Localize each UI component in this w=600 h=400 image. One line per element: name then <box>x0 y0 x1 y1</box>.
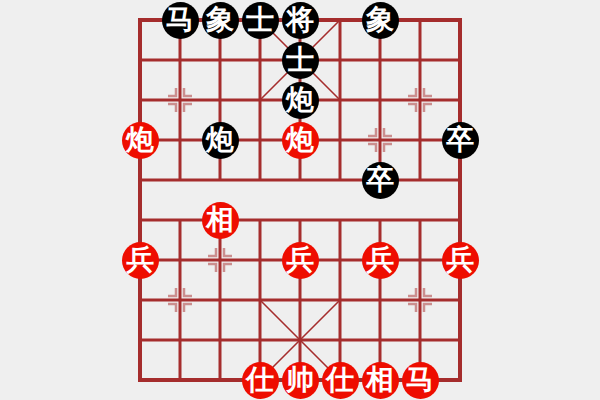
piece-black-advisor[interactable]: 士 <box>282 42 319 79</box>
piece-black-general[interactable]: 将 <box>282 2 319 39</box>
piece-red-elephant[interactable]: 相 <box>362 362 399 399</box>
piece-black-horse[interactable]: 马 <box>162 2 199 39</box>
piece-black-soldier[interactable]: 卒 <box>362 162 399 199</box>
xiangqi-board[interactable]: 马象士将象士炮炮炮炮卒卒相兵兵兵兵仕帅仕相马 <box>120 0 480 400</box>
piece-red-soldier[interactable]: 兵 <box>442 242 479 279</box>
piece-red-advisor[interactable]: 仕 <box>322 362 359 399</box>
piece-black-elephant[interactable]: 象 <box>362 2 399 39</box>
piece-red-soldier[interactable]: 兵 <box>362 242 399 279</box>
piece-red-horse[interactable]: 马 <box>402 362 439 399</box>
xiangqi-app: 马象士将象士炮炮炮炮卒卒相兵兵兵兵仕帅仕相马 <box>0 0 600 400</box>
piece-red-cannon[interactable]: 炮 <box>122 122 159 159</box>
piece-red-soldier[interactable]: 兵 <box>282 242 319 279</box>
piece-black-advisor[interactable]: 士 <box>242 2 279 39</box>
piece-red-general[interactable]: 帅 <box>282 362 319 399</box>
piece-black-elephant[interactable]: 象 <box>202 2 239 39</box>
piece-black-cannon[interactable]: 炮 <box>202 122 239 159</box>
piece-red-cannon[interactable]: 炮 <box>282 122 319 159</box>
piece-red-soldier[interactable]: 兵 <box>122 242 159 279</box>
piece-black-soldier[interactable]: 卒 <box>442 122 479 159</box>
piece-black-cannon[interactable]: 炮 <box>282 82 319 119</box>
piece-red-advisor[interactable]: 仕 <box>242 362 279 399</box>
piece-red-elephant[interactable]: 相 <box>202 202 239 239</box>
